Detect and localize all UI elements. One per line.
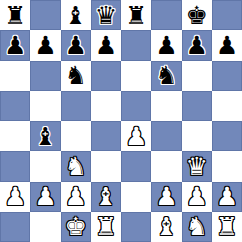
square-h7[interactable]: ♟ (212, 30, 242, 60)
square-c7[interactable]: ♟ (61, 30, 91, 60)
chess-board: ♜♝♛♜♚♟♟♟♟♟♟♟♞♞♝♟♞♛♟♟♟♝♟♟♟♚♜♝♞♜ (0, 0, 242, 242)
black-king-piece[interactable]: ♚ (185, 3, 207, 28)
square-g8[interactable]: ♚ (182, 0, 212, 30)
black-bishop-piece[interactable]: ♝ (34, 124, 56, 149)
square-h3[interactable] (212, 151, 242, 181)
black-pawn-piece[interactable]: ♟ (155, 33, 177, 58)
black-pawn-piece[interactable]: ♟ (95, 33, 117, 58)
white-bishop-piece[interactable]: ♝ (95, 184, 117, 209)
black-rook-piece[interactable]: ♜ (125, 3, 147, 28)
square-b7[interactable]: ♟ (30, 30, 60, 60)
black-pawn-piece[interactable]: ♟ (64, 33, 86, 58)
black-queen-piece[interactable]: ♛ (95, 3, 117, 28)
square-e2[interactable] (121, 182, 151, 212)
white-pawn-piece[interactable]: ♟ (155, 184, 177, 209)
square-a1[interactable] (0, 212, 30, 242)
white-pawn-piece[interactable]: ♟ (64, 184, 86, 209)
square-b2[interactable]: ♟ (30, 182, 60, 212)
white-pawn-piece[interactable]: ♟ (125, 124, 147, 149)
white-rook-piece[interactable]: ♜ (95, 214, 117, 239)
black-pawn-piece[interactable]: ♟ (185, 33, 207, 58)
square-a6[interactable] (0, 61, 30, 91)
black-pawn-piece[interactable]: ♟ (34, 33, 56, 58)
square-e4[interactable]: ♟ (121, 121, 151, 151)
square-e5[interactable] (121, 91, 151, 121)
square-a5[interactable] (0, 91, 30, 121)
square-a7[interactable]: ♟ (0, 30, 30, 60)
square-b4[interactable]: ♝ (30, 121, 60, 151)
square-c3[interactable]: ♞ (61, 151, 91, 181)
square-f3[interactable] (151, 151, 181, 181)
square-h1[interactable]: ♜ (212, 212, 242, 242)
square-b3[interactable] (30, 151, 60, 181)
square-f5[interactable] (151, 91, 181, 121)
square-d6[interactable] (91, 61, 121, 91)
square-g4[interactable] (182, 121, 212, 151)
square-g1[interactable]: ♞ (182, 212, 212, 242)
black-knight-piece[interactable]: ♞ (155, 63, 177, 88)
square-c2[interactable]: ♟ (61, 182, 91, 212)
black-pawn-piece[interactable]: ♟ (216, 33, 238, 58)
square-d8[interactable]: ♛ (91, 0, 121, 30)
black-rook-piece[interactable]: ♜ (4, 3, 26, 28)
white-pawn-piece[interactable]: ♟ (4, 184, 26, 209)
square-b5[interactable] (30, 91, 60, 121)
black-knight-piece[interactable]: ♞ (64, 63, 86, 88)
square-e8[interactable]: ♜ (121, 0, 151, 30)
square-d2[interactable]: ♝ (91, 182, 121, 212)
square-f7[interactable]: ♟ (151, 30, 181, 60)
square-d4[interactable] (91, 121, 121, 151)
square-d3[interactable] (91, 151, 121, 181)
square-g7[interactable]: ♟ (182, 30, 212, 60)
square-f8[interactable] (151, 0, 181, 30)
white-rook-piece[interactable]: ♜ (216, 214, 238, 239)
square-a3[interactable] (0, 151, 30, 181)
square-b6[interactable] (30, 61, 60, 91)
black-pawn-piece[interactable]: ♟ (4, 33, 26, 58)
square-c8[interactable]: ♝ (61, 0, 91, 30)
square-e6[interactable] (121, 61, 151, 91)
square-g3[interactable]: ♛ (182, 151, 212, 181)
square-d7[interactable]: ♟ (91, 30, 121, 60)
white-pawn-piece[interactable]: ♟ (34, 184, 56, 209)
square-h5[interactable] (212, 91, 242, 121)
square-b8[interactable] (30, 0, 60, 30)
square-d5[interactable] (91, 91, 121, 121)
square-a4[interactable] (0, 121, 30, 151)
square-e1[interactable] (121, 212, 151, 242)
square-h4[interactable] (212, 121, 242, 151)
square-f4[interactable] (151, 121, 181, 151)
square-e7[interactable] (121, 30, 151, 60)
white-knight-piece[interactable]: ♞ (64, 154, 86, 179)
white-pawn-piece[interactable]: ♟ (185, 184, 207, 209)
square-f1[interactable]: ♝ (151, 212, 181, 242)
square-g5[interactable] (182, 91, 212, 121)
square-a2[interactable]: ♟ (0, 182, 30, 212)
square-g6[interactable] (182, 61, 212, 91)
square-f2[interactable]: ♟ (151, 182, 181, 212)
square-c4[interactable] (61, 121, 91, 151)
square-h8[interactable] (212, 0, 242, 30)
square-c6[interactable]: ♞ (61, 61, 91, 91)
square-h2[interactable]: ♟ (212, 182, 242, 212)
white-bishop-piece[interactable]: ♝ (155, 214, 177, 239)
white-queen-piece[interactable]: ♛ (185, 154, 207, 179)
square-e3[interactable] (121, 151, 151, 181)
square-d1[interactable]: ♜ (91, 212, 121, 242)
square-a8[interactable]: ♜ (0, 0, 30, 30)
square-c1[interactable]: ♚ (61, 212, 91, 242)
square-c5[interactable] (61, 91, 91, 121)
white-king-piece[interactable]: ♚ (64, 214, 86, 239)
square-g2[interactable]: ♟ (182, 182, 212, 212)
white-pawn-piece[interactable]: ♟ (216, 184, 238, 209)
square-h6[interactable] (212, 61, 242, 91)
square-f6[interactable]: ♞ (151, 61, 181, 91)
square-b1[interactable] (30, 212, 60, 242)
black-bishop-piece[interactable]: ♝ (64, 3, 86, 28)
white-knight-piece[interactable]: ♞ (185, 214, 207, 239)
